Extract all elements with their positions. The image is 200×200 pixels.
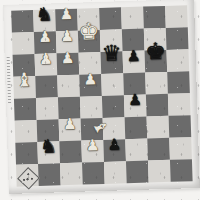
square-a2[interactable] — [15, 142, 38, 165]
square-f8[interactable] — [121, 7, 144, 30]
piece-white-pawn[interactable]: ♟ — [59, 117, 81, 133]
square-g3[interactable] — [147, 116, 170, 139]
square-e5[interactable] — [101, 73, 124, 96]
square-b4[interactable] — [36, 97, 59, 120]
square-h3[interactable] — [169, 115, 192, 138]
square-h5[interactable] — [167, 71, 190, 94]
piece-black-knight[interactable]: ♞ — [33, 4, 56, 24]
square-b1[interactable] — [38, 163, 61, 186]
piece-white-pawn[interactable]: ♟ — [56, 29, 78, 45]
square-h4[interactable] — [168, 93, 191, 116]
piece-white-pawn[interactable]: ♟ — [56, 51, 78, 67]
square-e1[interactable] — [104, 161, 127, 184]
piece-white-pawn[interactable]: ♟ — [81, 138, 103, 154]
square-g5[interactable] — [145, 72, 168, 95]
square-h7[interactable] — [166, 27, 189, 50]
board-mat: ♞♟♟♟♚♟♟♛♟♚♝♟♟♟♝♞♟♟ — [3, 0, 200, 194]
square-g4[interactable] — [146, 94, 169, 117]
square-e4[interactable] — [102, 95, 125, 118]
square-e8[interactable] — [99, 7, 122, 30]
brand-text-marking — [7, 57, 12, 105]
square-a4[interactable] — [14, 98, 37, 121]
piece-white-pawn[interactable]: ♟ — [34, 29, 56, 45]
square-c5[interactable] — [57, 75, 80, 98]
piece-white-pawn[interactable]: ♟ — [34, 51, 56, 67]
piece-black-pawn[interactable]: ♟ — [122, 49, 144, 65]
board-photo: ♞♟♟♟♚♟♟♛♟♚♝♟♟♟♝♞♟♟ — [0, 0, 200, 200]
square-g2[interactable] — [147, 138, 170, 161]
square-b5[interactable] — [35, 75, 58, 98]
square-a8[interactable] — [11, 10, 34, 33]
square-f2[interactable] — [125, 139, 148, 162]
square-h2[interactable] — [169, 137, 192, 160]
square-a7[interactable] — [12, 32, 35, 55]
piece-black-king[interactable]: ♚ — [144, 40, 167, 64]
piece-white-bishop[interactable]: ♝ — [13, 70, 36, 90]
square-a3[interactable] — [15, 120, 38, 143]
square-c1[interactable] — [60, 163, 83, 186]
square-g1[interactable] — [148, 160, 171, 183]
square-h8[interactable] — [165, 5, 188, 28]
piece-white-pawn[interactable]: ♟ — [79, 72, 101, 88]
piece-black-queen[interactable]: ♛ — [100, 42, 123, 65]
piece-black-pawn[interactable]: ♟ — [124, 93, 146, 109]
piece-white-pawn[interactable]: ♟ — [55, 7, 77, 23]
board-grid: ♞♟♟♟♚♟♟♛♟♚♝♟♟♟♝♞♟♟ — [11, 5, 192, 186]
square-d1[interactable] — [82, 162, 105, 185]
piece-white-king[interactable]: ♚ — [78, 20, 101, 44]
square-h6[interactable] — [166, 49, 189, 72]
square-c2[interactable] — [59, 141, 82, 164]
square-g8[interactable] — [143, 6, 166, 29]
square-f1[interactable] — [126, 161, 149, 184]
piece-black-pawn[interactable]: ♟ — [103, 137, 125, 153]
chess-board: ♞♟♟♟♚♟♟♛♟♚♝♟♟♟♝♞♟♟ — [3, 0, 200, 194]
square-h1[interactable] — [170, 159, 193, 182]
piece-black-knight[interactable]: ♞ — [37, 136, 60, 156]
square-f3[interactable] — [125, 117, 148, 140]
